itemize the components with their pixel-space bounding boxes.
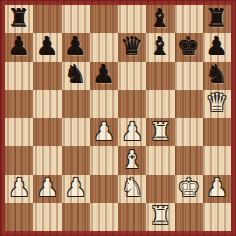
square-d5[interactable]: [90, 90, 118, 118]
square-c1[interactable]: [62, 203, 90, 231]
black-pawn-icon: ♟: [64, 34, 86, 59]
square-c5[interactable]: [62, 90, 90, 118]
black-bishop-icon: ♝: [149, 34, 171, 59]
square-g6[interactable]: [175, 62, 203, 90]
square-a2[interactable]: ♟: [5, 175, 33, 203]
square-c7[interactable]: ♟: [62, 33, 90, 61]
chess-board-frame: ♜♝♜♟♟♟♛♝♚♟♞♟♞♛♟♟♜♝♟♟♟♞♚♟♜: [0, 0, 236, 236]
square-a3[interactable]: [5, 146, 33, 174]
square-d4[interactable]: ♟: [90, 118, 118, 146]
square-e2[interactable]: ♞: [118, 175, 146, 203]
square-e3[interactable]: ♝: [118, 146, 146, 174]
white-rook-icon: ♜: [149, 119, 171, 144]
black-king-icon: ♚: [177, 34, 199, 59]
square-b1[interactable]: [33, 203, 61, 231]
white-pawn-icon: ♟: [206, 175, 228, 200]
square-a1[interactable]: [5, 203, 33, 231]
square-a7[interactable]: ♟: [5, 33, 33, 61]
square-e7[interactable]: ♛: [118, 33, 146, 61]
white-pawn-icon: ♟: [93, 119, 115, 144]
square-b4[interactable]: [33, 118, 61, 146]
square-h2[interactable]: ♟: [203, 175, 231, 203]
square-a8[interactable]: ♜: [5, 5, 33, 33]
square-c2[interactable]: ♟: [62, 175, 90, 203]
square-f7[interactable]: ♝: [146, 33, 174, 61]
white-pawn-icon: ♟: [8, 175, 30, 200]
square-h7[interactable]: ♟: [203, 33, 231, 61]
chess-board: ♜♝♜♟♟♟♛♝♚♟♞♟♞♛♟♟♜♝♟♟♟♞♚♟♜: [5, 5, 231, 231]
black-pawn-icon: ♟: [36, 34, 58, 59]
square-b6[interactable]: [33, 62, 61, 90]
white-king-icon: ♚: [177, 175, 199, 200]
white-pawn-icon: ♟: [64, 175, 86, 200]
white-bishop-icon: ♝: [121, 147, 143, 172]
square-g7[interactable]: ♚: [175, 33, 203, 61]
square-g2[interactable]: ♚: [175, 175, 203, 203]
square-e4[interactable]: ♟: [118, 118, 146, 146]
square-b8[interactable]: [33, 5, 61, 33]
square-h1[interactable]: [203, 203, 231, 231]
square-e8[interactable]: [118, 5, 146, 33]
white-pawn-icon: ♟: [36, 175, 58, 200]
square-b2[interactable]: ♟: [33, 175, 61, 203]
square-f3[interactable]: [146, 146, 174, 174]
square-g4[interactable]: [175, 118, 203, 146]
white-knight-icon: ♞: [121, 175, 143, 200]
black-pawn-icon: ♟: [8, 34, 30, 59]
black-knight-icon: ♞: [206, 62, 228, 87]
white-rook-icon: ♜: [149, 203, 171, 228]
square-f5[interactable]: [146, 90, 174, 118]
square-h3[interactable]: [203, 146, 231, 174]
square-a4[interactable]: [5, 118, 33, 146]
square-f1[interactable]: ♜: [146, 203, 174, 231]
square-d8[interactable]: [90, 5, 118, 33]
black-knight-icon: ♞: [64, 62, 86, 87]
square-g1[interactable]: [175, 203, 203, 231]
square-h6[interactable]: ♞: [203, 62, 231, 90]
black-queen-icon: ♛: [121, 34, 143, 59]
square-f6[interactable]: [146, 62, 174, 90]
square-e5[interactable]: [118, 90, 146, 118]
square-g3[interactable]: [175, 146, 203, 174]
black-pawn-icon: ♟: [93, 62, 115, 87]
square-a5[interactable]: [5, 90, 33, 118]
square-e6[interactable]: [118, 62, 146, 90]
black-rook-icon: ♜: [206, 6, 228, 31]
white-pawn-icon: ♟: [121, 119, 143, 144]
square-b3[interactable]: [33, 146, 61, 174]
square-b5[interactable]: [33, 90, 61, 118]
square-f8[interactable]: ♝: [146, 5, 174, 33]
square-d7[interactable]: [90, 33, 118, 61]
square-b7[interactable]: ♟: [33, 33, 61, 61]
square-d1[interactable]: [90, 203, 118, 231]
square-h5[interactable]: ♛: [203, 90, 231, 118]
black-pawn-icon: ♟: [206, 34, 228, 59]
square-f2[interactable]: [146, 175, 174, 203]
square-g5[interactable]: [175, 90, 203, 118]
black-rook-icon: ♜: [8, 6, 30, 31]
square-h8[interactable]: ♜: [203, 5, 231, 33]
square-g8[interactable]: [175, 5, 203, 33]
square-c8[interactable]: [62, 5, 90, 33]
square-h4[interactable]: [203, 118, 231, 146]
black-bishop-icon: ♝: [149, 6, 171, 31]
square-d3[interactable]: [90, 146, 118, 174]
square-c4[interactable]: [62, 118, 90, 146]
square-e1[interactable]: [118, 203, 146, 231]
square-a6[interactable]: [5, 62, 33, 90]
square-f4[interactable]: ♜: [146, 118, 174, 146]
square-d6[interactable]: ♟: [90, 62, 118, 90]
square-c3[interactable]: [62, 146, 90, 174]
square-d2[interactable]: [90, 175, 118, 203]
white-queen-icon: ♛: [206, 90, 228, 115]
square-c6[interactable]: ♞: [62, 62, 90, 90]
